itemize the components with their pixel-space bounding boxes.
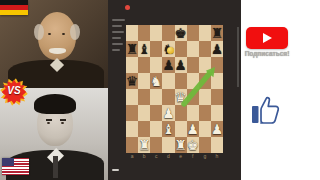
menu-item[interactable] <box>112 31 124 33</box>
square-c3[interactable] <box>150 105 162 121</box>
video-thumbnail: VS ♚♜♜♝♞♟♟♟♛♞♛♟♝♟♟♜♜♚ abcdefgh Подписать… <box>0 0 320 180</box>
file-label-b: b <box>138 153 150 160</box>
square-f7[interactable] <box>187 41 199 57</box>
square-d6[interactable]: ♟ <box>162 57 174 73</box>
piece-bq-a5: ♛ <box>126 73 138 89</box>
square-b7[interactable]: ♝ <box>138 41 150 57</box>
square-b2[interactable] <box>138 121 150 137</box>
piece-br-h8: ♜ <box>211 25 223 41</box>
top-player-hair <box>70 24 80 40</box>
square-a3[interactable] <box>126 105 138 121</box>
subscribe-button[interactable] <box>246 27 288 49</box>
square-g4[interactable] <box>199 89 211 105</box>
square-c1[interactable] <box>150 137 162 153</box>
square-h1[interactable] <box>211 137 223 153</box>
square-d8[interactable] <box>162 25 174 41</box>
square-g7[interactable] <box>199 41 211 57</box>
menu-item[interactable] <box>112 43 123 45</box>
piece-wq-e4: ♛ <box>175 89 187 105</box>
square-h8[interactable]: ♜ <box>211 25 223 41</box>
square-h3[interactable] <box>211 105 223 121</box>
menu-item[interactable] <box>112 19 125 21</box>
square-f3[interactable] <box>187 105 199 121</box>
square-g8[interactable] <box>199 25 211 41</box>
file-label-a: a <box>126 153 138 160</box>
portrait-top-player <box>0 0 110 88</box>
square-e1[interactable]: ♜ <box>175 137 187 153</box>
menu-item[interactable] <box>112 37 121 39</box>
square-e7[interactable] <box>175 41 187 57</box>
piece-bk-e8: ♚ <box>175 25 187 41</box>
file-label-e: e <box>175 153 187 160</box>
square-a4[interactable] <box>126 89 138 105</box>
piece-bp-e6: ♟ <box>175 57 187 73</box>
square-h6[interactable] <box>211 57 223 73</box>
square-d4[interactable] <box>162 89 174 105</box>
piece-wn-c5: ♞ <box>150 73 162 89</box>
piece-wr-e1: ♜ <box>175 137 187 153</box>
highlight-dot-icon <box>167 47 174 54</box>
square-g6[interactable] <box>199 57 211 73</box>
square-a6[interactable] <box>126 57 138 73</box>
square-a5[interactable]: ♛ <box>126 73 138 89</box>
square-c4[interactable] <box>150 89 162 105</box>
square-e8[interactable]: ♚ <box>175 25 187 41</box>
square-h7[interactable]: ♟ <box>211 41 223 57</box>
menu-item[interactable] <box>112 49 120 51</box>
piece-wk-f1: ♚ <box>187 137 199 153</box>
square-b1[interactable]: ♜ <box>138 137 150 153</box>
board-coordinates: abcdefgh <box>126 153 223 160</box>
square-d3[interactable]: ♟ <box>162 105 174 121</box>
record-dot-icon <box>125 5 130 10</box>
square-h5[interactable] <box>211 73 223 89</box>
square-a2[interactable] <box>126 121 138 137</box>
square-a7[interactable]: ♜ <box>126 41 138 57</box>
file-label-g: g <box>199 153 211 160</box>
piece-bb-b7: ♝ <box>138 41 150 57</box>
square-c6[interactable] <box>150 57 162 73</box>
square-e2[interactable] <box>175 121 187 137</box>
piece-wp-f2: ♟ <box>187 121 199 137</box>
piece-bp-d6: ♟ <box>162 57 174 73</box>
square-f5[interactable] <box>187 73 199 89</box>
square-c8[interactable] <box>150 25 162 41</box>
square-e6[interactable]: ♟ <box>175 57 187 73</box>
file-label-h: h <box>211 153 223 160</box>
vs-badge: VS <box>0 78 28 106</box>
square-c5[interactable]: ♞ <box>150 73 162 89</box>
square-d5[interactable] <box>162 73 174 89</box>
square-g3[interactable] <box>199 105 211 121</box>
chess-app-screenshot: ♚♜♜♝♞♟♟♟♛♞♛♟♝♟♟♜♜♚ abcdefgh <box>108 0 241 180</box>
us-flag-icon <box>2 158 29 175</box>
vs-label: VS <box>0 85 28 96</box>
square-h4[interactable] <box>211 89 223 105</box>
square-e5[interactable] <box>175 73 187 89</box>
file-label-f: f <box>187 153 199 160</box>
square-b5[interactable] <box>138 73 150 89</box>
menu-item[interactable] <box>112 25 122 27</box>
square-c7[interactable] <box>150 41 162 57</box>
square-g5[interactable] <box>199 73 211 89</box>
square-h2[interactable]: ♟ <box>211 121 223 137</box>
status-dash <box>112 169 119 171</box>
piece-wp-h2: ♟ <box>211 121 223 137</box>
square-a8[interactable] <box>126 25 138 41</box>
square-b4[interactable] <box>138 89 150 105</box>
square-f4[interactable] <box>187 89 199 105</box>
facebook-like-icon[interactable] <box>250 92 280 126</box>
piece-wp-d3: ♟ <box>162 105 174 121</box>
square-g1[interactable] <box>199 137 211 153</box>
piece-br-a7: ♜ <box>126 41 138 57</box>
chess-board[interactable]: ♚♜♜♝♞♟♟♟♛♞♛♟♝♟♟♜♜♚ <box>126 25 223 153</box>
piece-bp-h7: ♟ <box>211 41 223 57</box>
square-e4[interactable]: ♛ <box>175 89 187 105</box>
file-label-d: d <box>162 153 174 160</box>
square-f1[interactable]: ♚ <box>187 137 199 153</box>
scrollbar[interactable] <box>237 27 239 87</box>
square-c2[interactable] <box>150 121 162 137</box>
square-g2[interactable] <box>199 121 211 137</box>
file-label-c: c <box>150 153 162 160</box>
square-b3[interactable] <box>138 105 150 121</box>
square-f2[interactable]: ♟ <box>187 121 199 137</box>
german-flag-icon <box>0 0 28 15</box>
square-d2[interactable]: ♝ <box>162 121 174 137</box>
square-e3[interactable] <box>175 105 187 121</box>
top-player-mustache <box>49 48 66 54</box>
piece-wb-d2: ♝ <box>162 121 174 137</box>
square-f8[interactable] <box>187 25 199 41</box>
square-d1[interactable] <box>162 137 174 153</box>
bottom-player-hair <box>34 94 76 114</box>
youtube-play-icon <box>263 33 272 43</box>
square-b6[interactable] <box>138 57 150 73</box>
subscribe-label: Подписаться! <box>240 50 294 57</box>
square-a1[interactable] <box>126 137 138 153</box>
square-f6[interactable] <box>187 57 199 73</box>
square-b8[interactable] <box>138 25 150 41</box>
top-player-hair <box>34 24 44 40</box>
piece-wr-b1: ♜ <box>138 137 150 153</box>
